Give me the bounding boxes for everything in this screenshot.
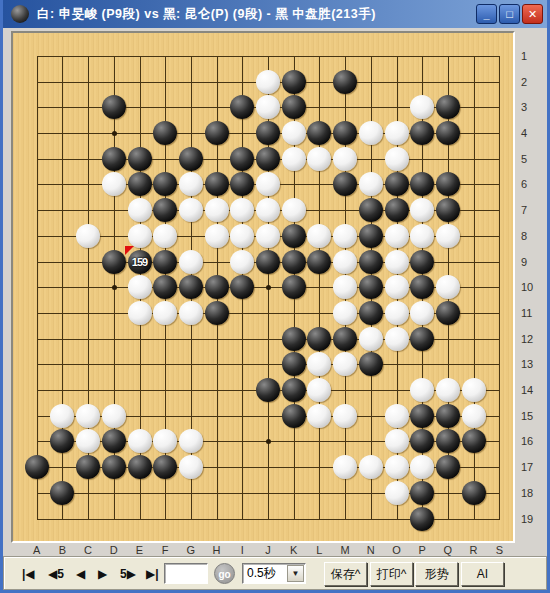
column-label: C bbox=[84, 544, 92, 556]
stone-white bbox=[333, 224, 357, 248]
last-move-marker-icon bbox=[125, 246, 134, 255]
stone-black bbox=[307, 327, 331, 351]
star-point bbox=[112, 285, 117, 290]
stone-white bbox=[128, 429, 152, 453]
stone-black bbox=[102, 147, 126, 171]
stone-black bbox=[359, 275, 383, 299]
stone-white bbox=[385, 250, 409, 274]
stone-white bbox=[307, 224, 331, 248]
stone-black bbox=[359, 224, 383, 248]
stone-white bbox=[205, 198, 229, 222]
column-label: K bbox=[290, 544, 297, 556]
ai-button[interactable]: AI bbox=[461, 562, 504, 586]
close-button[interactable]: ✕ bbox=[522, 4, 543, 24]
stone-white bbox=[333, 275, 357, 299]
stone-black bbox=[282, 70, 306, 94]
stone-black bbox=[128, 172, 152, 196]
nav-back[interactable]: ◀ bbox=[76, 564, 85, 584]
row-label: 8 bbox=[521, 230, 527, 242]
stone-black bbox=[307, 250, 331, 274]
stone-white bbox=[282, 198, 306, 222]
stone-white bbox=[179, 198, 203, 222]
stone-white bbox=[256, 95, 280, 119]
column-label: D bbox=[110, 544, 118, 556]
stone-white bbox=[179, 301, 203, 325]
stone-white bbox=[410, 455, 434, 479]
stone-black bbox=[205, 172, 229, 196]
situation-button[interactable]: 形势 bbox=[415, 562, 458, 586]
stone-black bbox=[410, 327, 434, 351]
stone-black bbox=[462, 429, 486, 453]
stone-black bbox=[307, 121, 331, 145]
stone-white bbox=[333, 352, 357, 376]
column-label: G bbox=[187, 544, 196, 556]
stone-black bbox=[205, 121, 229, 145]
stone-black bbox=[333, 121, 357, 145]
stone-black bbox=[256, 250, 280, 274]
stone-white bbox=[385, 275, 409, 299]
stone-white bbox=[256, 70, 280, 94]
toolbar: |◀◀5◀▶5▶▶| go 0.5秒 ▼ 保存^打印^形势AI bbox=[3, 556, 547, 590]
stone-black bbox=[436, 429, 460, 453]
stone-black bbox=[436, 121, 460, 145]
column-label: L bbox=[316, 544, 322, 556]
row-label: 14 bbox=[521, 384, 533, 396]
stone-black bbox=[205, 301, 229, 325]
stone-black bbox=[153, 198, 177, 222]
column-label: N bbox=[367, 544, 375, 556]
stone-white bbox=[333, 147, 357, 171]
stone-black bbox=[359, 198, 383, 222]
stone-black bbox=[436, 95, 460, 119]
stone-black bbox=[436, 172, 460, 196]
stone-black bbox=[359, 301, 383, 325]
stone-black bbox=[282, 95, 306, 119]
stone-white bbox=[102, 172, 126, 196]
stone-black bbox=[153, 275, 177, 299]
row-label: 18 bbox=[521, 487, 533, 499]
column-label: Q bbox=[444, 544, 453, 556]
stone-black bbox=[153, 172, 177, 196]
stone-white bbox=[410, 95, 434, 119]
stone-white bbox=[385, 327, 409, 351]
stone-white bbox=[359, 455, 383, 479]
stone-black bbox=[410, 275, 434, 299]
maximize-button[interactable]: □ bbox=[499, 4, 520, 24]
stone-white bbox=[76, 429, 100, 453]
stone-black bbox=[359, 250, 383, 274]
stone-black: 159 bbox=[128, 250, 152, 274]
stone-black bbox=[230, 172, 254, 196]
stone-white bbox=[307, 352, 331, 376]
stone-white bbox=[462, 378, 486, 402]
stone-white bbox=[256, 172, 280, 196]
column-label: R bbox=[470, 544, 478, 556]
stone-black bbox=[359, 352, 383, 376]
stone-black bbox=[410, 250, 434, 274]
stone-white bbox=[230, 198, 254, 222]
stone-white bbox=[179, 172, 203, 196]
stone-black bbox=[153, 455, 177, 479]
stone-white bbox=[230, 224, 254, 248]
grid-line bbox=[499, 56, 500, 520]
stone-black bbox=[410, 429, 434, 453]
stone-black bbox=[410, 172, 434, 196]
stone-white bbox=[153, 301, 177, 325]
stone-white bbox=[128, 198, 152, 222]
nav-first[interactable]: |◀ bbox=[22, 564, 35, 584]
stone-black bbox=[230, 147, 254, 171]
stone-black bbox=[256, 378, 280, 402]
row-label: 5 bbox=[521, 153, 527, 165]
stone-black bbox=[102, 95, 126, 119]
stone-white bbox=[282, 121, 306, 145]
stone-white bbox=[282, 147, 306, 171]
stone-white bbox=[410, 224, 434, 248]
stone-black bbox=[102, 429, 126, 453]
stone-white bbox=[76, 404, 100, 428]
minimize-button[interactable]: _ bbox=[476, 4, 497, 24]
stone-black bbox=[333, 327, 357, 351]
stone-black bbox=[282, 404, 306, 428]
stone-white bbox=[333, 250, 357, 274]
stone-white bbox=[179, 455, 203, 479]
stone-black bbox=[153, 250, 177, 274]
stone-white bbox=[307, 147, 331, 171]
stone-white bbox=[128, 301, 152, 325]
star-point bbox=[266, 439, 271, 444]
stone-white bbox=[385, 224, 409, 248]
column-label: M bbox=[341, 544, 350, 556]
stone-white bbox=[153, 224, 177, 248]
go-game-viewer-window: { "window": { "title": "白: 申旻峻 (P9段) vs … bbox=[0, 0, 550, 593]
stone-black bbox=[410, 404, 434, 428]
stone-black bbox=[282, 275, 306, 299]
stone-black bbox=[102, 455, 126, 479]
row-label: 3 bbox=[521, 101, 527, 113]
stone-white bbox=[50, 404, 74, 428]
row-label: 6 bbox=[521, 178, 527, 190]
stone-white bbox=[462, 404, 486, 428]
nav-last[interactable]: ▶| bbox=[146, 564, 159, 584]
column-label: F bbox=[162, 544, 169, 556]
stone-white bbox=[385, 455, 409, 479]
stone-black bbox=[282, 224, 306, 248]
delay-dropdown-value: 0.5秒 bbox=[247, 566, 276, 580]
move-number-label: 159 bbox=[128, 255, 152, 267]
row-label: 16 bbox=[521, 435, 533, 447]
grid-line bbox=[37, 364, 501, 365]
print-button[interactable]: 打印^ bbox=[370, 562, 413, 586]
stone-white bbox=[307, 378, 331, 402]
stone-black bbox=[333, 70, 357, 94]
stone-white bbox=[179, 429, 203, 453]
star-point bbox=[266, 285, 271, 290]
stone-white bbox=[359, 172, 383, 196]
row-label: 2 bbox=[521, 76, 527, 88]
stone-black bbox=[76, 455, 100, 479]
window-title: 白: 申旻峻 (P9段) vs 黑: 昆仑(P) (9段) - 黑 中盘胜(21… bbox=[37, 6, 476, 23]
stone-white bbox=[436, 224, 460, 248]
stone-white bbox=[307, 404, 331, 428]
row-label: 13 bbox=[521, 358, 533, 370]
stone-white bbox=[128, 224, 152, 248]
move-number-input[interactable] bbox=[164, 563, 208, 584]
save-button[interactable]: 保存^ bbox=[324, 562, 367, 586]
titlebar: 白: 申旻峻 (P9段) vs 黑: 昆仑(P) (9段) - 黑 中盘胜(21… bbox=[3, 0, 547, 28]
stone-white bbox=[256, 224, 280, 248]
go-board[interactable]: 159 bbox=[11, 31, 515, 543]
stone-black bbox=[256, 121, 280, 145]
column-label: H bbox=[213, 544, 221, 556]
column-label: E bbox=[136, 544, 143, 556]
row-label: 4 bbox=[521, 127, 527, 139]
column-label: O bbox=[392, 544, 401, 556]
stone-black bbox=[50, 429, 74, 453]
stone-black bbox=[410, 481, 434, 505]
stone-black bbox=[436, 198, 460, 222]
nav-forward-5[interactable]: 5▶ bbox=[120, 564, 136, 584]
stone-black bbox=[25, 455, 49, 479]
row-label: 1 bbox=[521, 50, 527, 62]
stone-black bbox=[153, 121, 177, 145]
go-button[interactable]: go bbox=[214, 563, 235, 584]
board-panel: 159 ABCDEFGHIJKLMNOPQRS 1234567891011121… bbox=[3, 28, 547, 556]
row-label: 12 bbox=[521, 333, 533, 345]
stone-white bbox=[410, 198, 434, 222]
stone-white bbox=[230, 250, 254, 274]
stone-black bbox=[282, 250, 306, 274]
stone-black bbox=[282, 378, 306, 402]
row-label: 17 bbox=[521, 461, 533, 473]
stone-black bbox=[436, 301, 460, 325]
stone-black bbox=[462, 481, 486, 505]
chevron-down-icon[interactable]: ▼ bbox=[287, 565, 304, 582]
row-label: 7 bbox=[521, 204, 527, 216]
stone-white bbox=[205, 224, 229, 248]
nav-forward[interactable]: ▶ bbox=[98, 564, 107, 584]
stone-black bbox=[230, 95, 254, 119]
column-label: P bbox=[419, 544, 426, 556]
stone-black bbox=[410, 121, 434, 145]
stone-white bbox=[128, 275, 152, 299]
stone-black bbox=[102, 250, 126, 274]
stone-white bbox=[436, 378, 460, 402]
stone-white bbox=[385, 147, 409, 171]
star-point bbox=[112, 131, 117, 136]
stone-white bbox=[436, 275, 460, 299]
stone-black bbox=[333, 172, 357, 196]
column-label: S bbox=[496, 544, 503, 556]
stone-white bbox=[76, 224, 100, 248]
row-label: 19 bbox=[521, 513, 533, 525]
stone-white bbox=[385, 301, 409, 325]
stone-black bbox=[282, 352, 306, 376]
stone-black bbox=[179, 275, 203, 299]
column-label: A bbox=[33, 544, 40, 556]
stone-black bbox=[436, 455, 460, 479]
stone-white bbox=[359, 327, 383, 351]
stone-black bbox=[436, 404, 460, 428]
stone-white bbox=[153, 429, 177, 453]
stone-white bbox=[385, 121, 409, 145]
stone-white bbox=[410, 301, 434, 325]
row-label: 9 bbox=[521, 256, 527, 268]
row-label: 11 bbox=[521, 307, 532, 319]
stone-white bbox=[333, 301, 357, 325]
stone-white bbox=[102, 404, 126, 428]
delay-dropdown[interactable]: 0.5秒 ▼ bbox=[242, 563, 306, 584]
column-label: J bbox=[265, 544, 271, 556]
stone-white bbox=[410, 378, 434, 402]
stone-black bbox=[179, 147, 203, 171]
stone-white bbox=[333, 455, 357, 479]
row-label: 15 bbox=[521, 410, 533, 422]
stone-white bbox=[256, 198, 280, 222]
stone-white bbox=[359, 121, 383, 145]
nav-back-5[interactable]: ◀5 bbox=[48, 564, 64, 584]
stone-white bbox=[179, 250, 203, 274]
stone-black bbox=[50, 481, 74, 505]
row-label: 10 bbox=[521, 281, 533, 293]
stone-white bbox=[333, 404, 357, 428]
stone-black bbox=[410, 507, 434, 531]
stone-black bbox=[385, 172, 409, 196]
stone-white bbox=[385, 429, 409, 453]
stone-white bbox=[385, 404, 409, 428]
stone-black bbox=[128, 147, 152, 171]
stone-black bbox=[385, 198, 409, 222]
stone-black bbox=[128, 455, 152, 479]
stone-white bbox=[385, 481, 409, 505]
stone-black bbox=[282, 327, 306, 351]
column-label: B bbox=[59, 544, 66, 556]
stone-black bbox=[205, 275, 229, 299]
stone-black bbox=[256, 147, 280, 171]
app-icon bbox=[11, 5, 29, 23]
stone-black bbox=[230, 275, 254, 299]
column-label: I bbox=[241, 544, 244, 556]
